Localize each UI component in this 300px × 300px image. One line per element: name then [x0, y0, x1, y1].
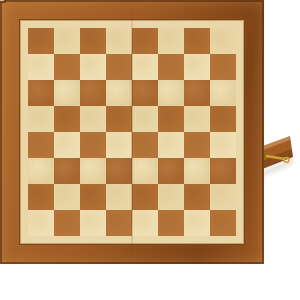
square-c3	[80, 80, 106, 106]
square-a1	[28, 28, 54, 54]
square-b4	[54, 106, 80, 132]
square-d7	[106, 184, 132, 210]
square-g1	[184, 28, 210, 54]
square-e5	[132, 132, 158, 158]
square-h1	[210, 28, 236, 54]
square-g6	[184, 158, 210, 184]
square-a8	[28, 210, 54, 236]
square-h3	[210, 80, 236, 106]
square-e4	[132, 106, 158, 132]
square-a5	[28, 132, 54, 158]
square-a3	[28, 80, 54, 106]
square-b7	[54, 184, 80, 210]
square-g4	[184, 106, 210, 132]
square-c4	[80, 106, 106, 132]
square-h6	[210, 158, 236, 184]
square-b3	[54, 80, 80, 106]
square-b8	[54, 210, 80, 236]
square-f1	[158, 28, 184, 54]
square-a4	[28, 106, 54, 132]
square-f8	[158, 210, 184, 236]
square-a6	[28, 158, 54, 184]
square-f5	[158, 132, 184, 158]
square-b6	[54, 158, 80, 184]
square-f2	[158, 54, 184, 80]
square-d6	[106, 158, 132, 184]
square-f4	[158, 106, 184, 132]
square-h2	[210, 54, 236, 80]
square-d2	[106, 54, 132, 80]
square-g7	[184, 184, 210, 210]
square-a2	[28, 54, 54, 80]
board-fold-line	[131, 2, 133, 262]
square-g3	[184, 80, 210, 106]
square-d5	[106, 132, 132, 158]
square-e1	[132, 28, 158, 54]
square-h8	[210, 210, 236, 236]
square-c7	[80, 184, 106, 210]
square-f6	[158, 158, 184, 184]
square-c6	[80, 158, 106, 184]
square-c1	[80, 28, 106, 54]
chess-set-photo: ♜♞♝♛♚♝♞♜♟♟♟♟♟♟♟♟♟♟♟♟♟♟♟♟♜♞♝♛♚♝♞♜	[0, 0, 300, 300]
square-d3	[106, 80, 132, 106]
square-e8	[132, 210, 158, 236]
square-d4	[106, 106, 132, 132]
square-c2	[80, 54, 106, 80]
square-e3	[132, 80, 158, 106]
square-e2	[132, 54, 158, 80]
chess-board	[0, 0, 264, 264]
square-g5	[184, 132, 210, 158]
square-a7	[28, 184, 54, 210]
square-c5	[80, 132, 106, 158]
square-e7	[132, 184, 158, 210]
square-c8	[80, 210, 106, 236]
square-e6	[132, 158, 158, 184]
square-d8	[106, 210, 132, 236]
square-h5	[210, 132, 236, 158]
square-g2	[184, 54, 210, 80]
square-h7	[210, 184, 236, 210]
square-b5	[54, 132, 80, 158]
square-f3	[158, 80, 184, 106]
square-b1	[54, 28, 80, 54]
square-f7	[158, 184, 184, 210]
square-d1	[106, 28, 132, 54]
square-b2	[54, 54, 80, 80]
square-h4	[210, 106, 236, 132]
square-g8	[184, 210, 210, 236]
